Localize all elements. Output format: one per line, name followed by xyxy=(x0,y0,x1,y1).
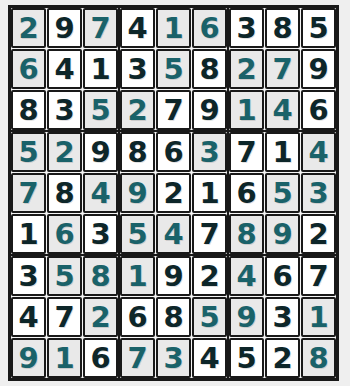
cell-r8c1[interactable]: 4 xyxy=(11,297,46,337)
cell-r1c9[interactable]: 5 xyxy=(301,8,336,48)
cell-r7c1[interactable]: 3 xyxy=(11,256,46,296)
cell-r5c3[interactable]: 4 xyxy=(83,173,118,213)
box-5: 863921547 xyxy=(120,132,227,254)
cell-r2c7[interactable]: 2 xyxy=(229,49,264,89)
cell-r5c5[interactable]: 2 xyxy=(156,173,191,213)
cell-r4c2[interactable]: 2 xyxy=(47,132,82,172)
cell-r8c2[interactable]: 7 xyxy=(47,297,82,337)
box-9: 467931528 xyxy=(229,256,336,378)
cell-r5c1[interactable]: 7 xyxy=(11,173,46,213)
cell-r9c6[interactable]: 4 xyxy=(192,338,227,378)
cell-r2c3[interactable]: 1 xyxy=(83,49,118,89)
cell-r9c9[interactable]: 8 xyxy=(301,338,336,378)
cell-r6c2[interactable]: 6 xyxy=(47,214,82,254)
cell-r5c9[interactable]: 3 xyxy=(301,173,336,213)
cell-r8c8[interactable]: 3 xyxy=(265,297,300,337)
cell-r6c6[interactable]: 7 xyxy=(192,214,227,254)
cell-r1c5[interactable]: 1 xyxy=(156,8,191,48)
cell-r9c1[interactable]: 9 xyxy=(11,338,46,378)
cell-r7c6[interactable]: 2 xyxy=(192,256,227,296)
cell-r7c8[interactable]: 6 xyxy=(265,256,300,296)
cell-r9c4[interactable]: 7 xyxy=(120,338,155,378)
cell-r2c6[interactable]: 8 xyxy=(192,49,227,89)
box-6: 714653892 xyxy=(229,132,336,254)
sudoku-board: 2976418354163582793852791465297841638639… xyxy=(8,5,339,381)
box-2: 416358279 xyxy=(120,8,227,130)
cell-r1c3[interactable]: 7 xyxy=(83,8,118,48)
cell-r7c2[interactable]: 5 xyxy=(47,256,82,296)
cell-r4c3[interactable]: 9 xyxy=(83,132,118,172)
cell-r9c2[interactable]: 1 xyxy=(47,338,82,378)
cell-r6c5[interactable]: 4 xyxy=(156,214,191,254)
cell-r2c8[interactable]: 7 xyxy=(265,49,300,89)
cell-r6c8[interactable]: 9 xyxy=(265,214,300,254)
cell-r8c9[interactable]: 1 xyxy=(301,297,336,337)
box-1: 297641835 xyxy=(11,8,118,130)
cell-r4c6[interactable]: 3 xyxy=(192,132,227,172)
cell-r5c2[interactable]: 8 xyxy=(47,173,82,213)
cell-r1c6[interactable]: 6 xyxy=(192,8,227,48)
cell-r1c7[interactable]: 3 xyxy=(229,8,264,48)
cell-r7c9[interactable]: 7 xyxy=(301,256,336,296)
box-3: 385279146 xyxy=(229,8,336,130)
cell-r2c9[interactable]: 9 xyxy=(301,49,336,89)
cell-r3c2[interactable]: 3 xyxy=(47,90,82,130)
cell-r9c3[interactable]: 6 xyxy=(83,338,118,378)
cell-r1c1[interactable]: 2 xyxy=(11,8,46,48)
cell-r1c2[interactable]: 9 xyxy=(47,8,82,48)
cell-r5c4[interactable]: 9 xyxy=(120,173,155,213)
box-7: 358472916 xyxy=(11,256,118,378)
cell-r1c4[interactable]: 4 xyxy=(120,8,155,48)
cell-r8c6[interactable]: 5 xyxy=(192,297,227,337)
cell-r8c3[interactable]: 2 xyxy=(83,297,118,337)
cell-r9c7[interactable]: 5 xyxy=(229,338,264,378)
page: { "game": "sudoku", "state": "solved", "… xyxy=(0,0,350,386)
cell-r8c4[interactable]: 6 xyxy=(120,297,155,337)
cell-r4c5[interactable]: 6 xyxy=(156,132,191,172)
cell-r9c5[interactable]: 3 xyxy=(156,338,191,378)
cell-r6c3[interactable]: 3 xyxy=(83,214,118,254)
cell-r6c4[interactable]: 5 xyxy=(120,214,155,254)
cell-r2c4[interactable]: 3 xyxy=(120,49,155,89)
cell-r3c8[interactable]: 4 xyxy=(265,90,300,130)
cell-r3c1[interactable]: 8 xyxy=(11,90,46,130)
cell-r4c9[interactable]: 4 xyxy=(301,132,336,172)
cell-r1c8[interactable]: 8 xyxy=(265,8,300,48)
cell-r3c5[interactable]: 7 xyxy=(156,90,191,130)
cell-r7c4[interactable]: 1 xyxy=(120,256,155,296)
box-8: 192685734 xyxy=(120,256,227,378)
cell-r7c3[interactable]: 8 xyxy=(83,256,118,296)
cell-r2c1[interactable]: 6 xyxy=(11,49,46,89)
cell-r8c5[interactable]: 8 xyxy=(156,297,191,337)
cell-r2c5[interactable]: 5 xyxy=(156,49,191,89)
cell-r4c7[interactable]: 7 xyxy=(229,132,264,172)
cell-r7c5[interactable]: 9 xyxy=(156,256,191,296)
cell-r3c9[interactable]: 6 xyxy=(301,90,336,130)
cell-r4c8[interactable]: 1 xyxy=(265,132,300,172)
cell-r6c1[interactable]: 1 xyxy=(11,214,46,254)
box-4: 529784163 xyxy=(11,132,118,254)
cell-r5c7[interactable]: 6 xyxy=(229,173,264,213)
cell-r3c7[interactable]: 1 xyxy=(229,90,264,130)
cell-r6c7[interactable]: 8 xyxy=(229,214,264,254)
cell-r9c8[interactable]: 2 xyxy=(265,338,300,378)
cell-r8c7[interactable]: 9 xyxy=(229,297,264,337)
cell-r5c6[interactable]: 1 xyxy=(192,173,227,213)
cell-r6c9[interactable]: 2 xyxy=(301,214,336,254)
cell-r4c1[interactable]: 5 xyxy=(11,132,46,172)
cell-r7c7[interactable]: 4 xyxy=(229,256,264,296)
cell-r5c8[interactable]: 5 xyxy=(265,173,300,213)
cell-r3c3[interactable]: 5 xyxy=(83,90,118,130)
cell-r2c2[interactable]: 4 xyxy=(47,49,82,89)
cell-r3c4[interactable]: 2 xyxy=(120,90,155,130)
cell-r3c6[interactable]: 9 xyxy=(192,90,227,130)
cell-r4c4[interactable]: 8 xyxy=(120,132,155,172)
